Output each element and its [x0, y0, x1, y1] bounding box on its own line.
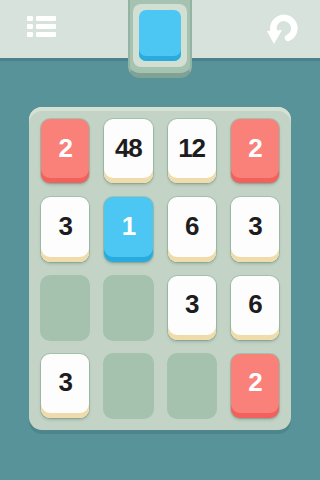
tile-value: 12: [178, 133, 205, 164]
tile-48[interactable]: 48: [104, 119, 152, 183]
tile-slot: 2: [40, 118, 90, 184]
tile-slot: 6: [230, 275, 280, 341]
tile-slot: 3: [40, 353, 90, 419]
tile-value: 3: [185, 289, 198, 320]
next-tile-panel: [128, 0, 192, 78]
next-tile-inset: [133, 4, 187, 67]
tile-value: 6: [248, 289, 261, 320]
tile-value: 1: [122, 211, 135, 242]
tile-2[interactable]: 2: [41, 119, 89, 183]
tile-slot: 1: [103, 196, 153, 262]
tile-2[interactable]: 2: [231, 119, 279, 183]
tile-3[interactable]: 3: [41, 354, 89, 418]
tile-12[interactable]: 12: [168, 119, 216, 183]
tile-slot: 2: [230, 118, 280, 184]
tile-slot: 2: [230, 353, 280, 419]
tile-value: 2: [58, 133, 71, 164]
tile-6[interactable]: 6: [231, 276, 279, 340]
tile-3[interactable]: 3: [41, 197, 89, 261]
empty-slot: [40, 275, 90, 341]
empty-slot: [103, 353, 153, 419]
tile-3[interactable]: 3: [231, 197, 279, 261]
tile-1[interactable]: 1: [104, 197, 152, 261]
tile-slot: 48: [103, 118, 153, 184]
tile-6[interactable]: 6: [168, 197, 216, 261]
tile-grid[interactable]: 24812231633632: [40, 118, 280, 419]
game-board: 24812231633632: [29, 107, 291, 430]
tile-slot: 6: [167, 196, 217, 262]
empty-slot: [103, 275, 153, 341]
next-tile-preview: [139, 10, 181, 61]
tile-slot: 3: [230, 196, 280, 262]
app-screen: 24812231633632: [0, 0, 320, 480]
tile-slot: 3: [167, 275, 217, 341]
restart-button[interactable]: [264, 10, 302, 48]
empty-slot: [167, 353, 217, 419]
tile-value: 3: [58, 211, 71, 242]
menu-button[interactable]: [27, 16, 56, 37]
restart-arrow-icon: [264, 10, 302, 48]
tile-3[interactable]: 3: [168, 276, 216, 340]
tile-value: 2: [248, 367, 261, 398]
tile-slot: 12: [167, 118, 217, 184]
tile-slot: 3: [40, 196, 90, 262]
tile-value: 2: [248, 133, 261, 164]
list-menu-icon: [27, 16, 56, 37]
tile-2[interactable]: 2: [231, 354, 279, 418]
tile-value: 3: [248, 211, 261, 242]
tile-value: 3: [58, 367, 71, 398]
tile-value: 48: [115, 133, 142, 164]
tile-value: 6: [185, 211, 198, 242]
